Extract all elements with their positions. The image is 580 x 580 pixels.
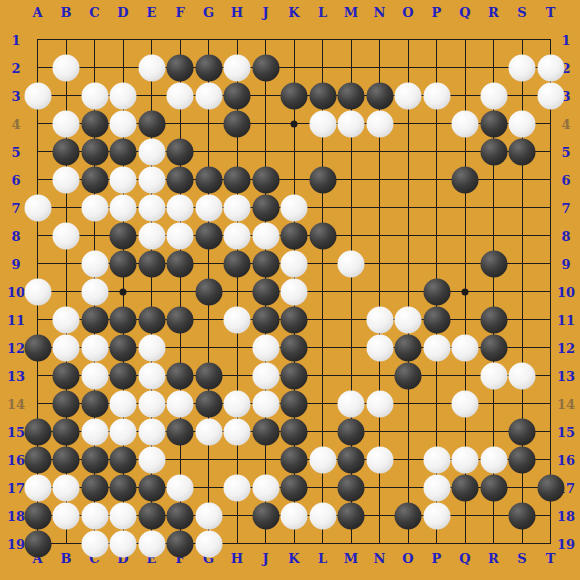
go-board-screenshot: AABBCCDDEEFFGGHHJJKKLLMMNNOOPPQQRRSSTT11…: [0, 0, 580, 580]
stone-black-C4[interactable]: [81, 110, 108, 137]
stone-white-L16[interactable]: [309, 446, 336, 473]
stone-black-S15[interactable]: [509, 418, 536, 445]
stone-black-R4[interactable]: [480, 110, 507, 137]
stone-black-C5[interactable]: [81, 138, 108, 165]
stone-black-S5[interactable]: [509, 138, 536, 165]
stone-black-M3[interactable]: [338, 82, 365, 109]
stone-white-B6[interactable]: [53, 166, 80, 193]
stone-black-R9[interactable]: [480, 250, 507, 277]
stone-black-O12[interactable]: [395, 334, 422, 361]
col-label-bottom-B: B: [61, 551, 72, 566]
stone-black-B13[interactable]: [53, 362, 80, 389]
stone-white-E13[interactable]: [138, 362, 165, 389]
col-label-bottom-M: M: [344, 551, 358, 566]
col-label-top-P: P: [432, 5, 442, 20]
stone-white-B2[interactable]: [53, 54, 80, 81]
stone-black-J10[interactable]: [252, 278, 279, 305]
stone-black-R12[interactable]: [480, 334, 507, 361]
row-label-right-7: 7: [561, 200, 570, 215]
stone-white-R13[interactable]: [480, 362, 507, 389]
stone-white-E15[interactable]: [138, 418, 165, 445]
col-label-bottom-N: N: [374, 551, 386, 566]
stone-black-J9[interactable]: [252, 250, 279, 277]
col-label-top-A: A: [32, 5, 42, 20]
col-label-bottom-K: K: [288, 551, 299, 566]
row-label-left-3: 3: [11, 88, 20, 103]
stone-white-P12[interactable]: [423, 334, 450, 361]
col-label-bottom-R: R: [488, 551, 499, 566]
stone-white-Q16[interactable]: [452, 446, 479, 473]
stone-white-P16[interactable]: [423, 446, 450, 473]
stone-white-E6[interactable]: [138, 166, 165, 193]
stone-black-O18[interactable]: [395, 502, 422, 529]
stone-black-H6[interactable]: [224, 166, 251, 193]
stone-white-P18[interactable]: [423, 502, 450, 529]
stone-black-Q17[interactable]: [452, 474, 479, 501]
stone-black-D5[interactable]: [110, 138, 137, 165]
star-point: [462, 288, 469, 295]
row-label-right-19: 19: [557, 536, 575, 551]
row-label-right-14: 14: [557, 396, 575, 411]
row-label-left-5: 5: [11, 144, 20, 159]
stone-black-G8[interactable]: [195, 222, 222, 249]
stone-black-C6[interactable]: [81, 166, 108, 193]
stone-black-D12[interactable]: [110, 334, 137, 361]
stone-white-A17[interactable]: [24, 474, 51, 501]
stone-white-F3[interactable]: [167, 82, 194, 109]
stone-white-C9[interactable]: [81, 250, 108, 277]
stone-black-C14[interactable]: [81, 390, 108, 417]
stone-black-K13[interactable]: [281, 362, 308, 389]
row-label-left-4: 4: [11, 116, 20, 131]
stone-black-A12[interactable]: [24, 334, 51, 361]
stone-white-C7[interactable]: [81, 194, 108, 221]
stone-white-S13[interactable]: [509, 362, 536, 389]
stone-white-O3[interactable]: [395, 82, 422, 109]
stone-black-Q6[interactable]: [452, 166, 479, 193]
stone-white-T2[interactable]: [537, 54, 564, 81]
row-label-left-18: 18: [7, 508, 25, 523]
stone-black-F9[interactable]: [167, 250, 194, 277]
stone-black-S16[interactable]: [509, 446, 536, 473]
stone-white-G3[interactable]: [195, 82, 222, 109]
stone-white-L18[interactable]: [309, 502, 336, 529]
stone-black-F18[interactable]: [167, 502, 194, 529]
stone-white-L4[interactable]: [309, 110, 336, 137]
stone-black-K11[interactable]: [281, 306, 308, 333]
row-label-left-8: 8: [11, 228, 20, 243]
stone-black-D16[interactable]: [110, 446, 137, 473]
stone-white-D19[interactable]: [110, 530, 137, 557]
col-label-top-M: M: [344, 5, 358, 20]
row-label-right-6: 6: [561, 172, 570, 187]
stone-black-T17[interactable]: [537, 474, 564, 501]
stone-white-F17[interactable]: [167, 474, 194, 501]
stone-white-R16[interactable]: [480, 446, 507, 473]
stone-white-H8[interactable]: [224, 222, 251, 249]
stone-white-E2[interactable]: [138, 54, 165, 81]
stone-black-A16[interactable]: [24, 446, 51, 473]
stone-black-B16[interactable]: [53, 446, 80, 473]
row-label-left-6: 6: [11, 172, 20, 187]
col-label-top-G: G: [203, 5, 214, 20]
row-label-right-10: 10: [557, 284, 575, 299]
stone-black-G2[interactable]: [195, 54, 222, 81]
stone-black-C11[interactable]: [81, 306, 108, 333]
stone-black-R17[interactable]: [480, 474, 507, 501]
stone-white-B18[interactable]: [53, 502, 80, 529]
stone-black-D9[interactable]: [110, 250, 137, 277]
stone-black-D13[interactable]: [110, 362, 137, 389]
col-label-bottom-T: T: [546, 551, 556, 566]
stone-black-J18[interactable]: [252, 502, 279, 529]
stone-black-K17[interactable]: [281, 474, 308, 501]
stone-white-M4[interactable]: [338, 110, 365, 137]
stone-white-D14[interactable]: [110, 390, 137, 417]
stone-white-C10[interactable]: [81, 278, 108, 305]
stone-black-K3[interactable]: [281, 82, 308, 109]
stone-black-K8[interactable]: [281, 222, 308, 249]
row-label-right-15: 15: [557, 424, 575, 439]
stone-white-J8[interactable]: [252, 222, 279, 249]
stone-white-E14[interactable]: [138, 390, 165, 417]
row-label-left-2: 2: [11, 60, 20, 75]
stone-black-E9[interactable]: [138, 250, 165, 277]
row-label-right-5: 5: [561, 144, 570, 159]
stone-white-G19[interactable]: [195, 530, 222, 557]
stone-black-D17[interactable]: [110, 474, 137, 501]
stone-white-K10[interactable]: [281, 278, 308, 305]
stone-black-G6[interactable]: [195, 166, 222, 193]
stone-black-F2[interactable]: [167, 54, 194, 81]
stone-white-N14[interactable]: [366, 390, 393, 417]
row-label-left-1: 1: [11, 32, 20, 47]
stone-black-A18[interactable]: [24, 502, 51, 529]
stone-white-E16[interactable]: [138, 446, 165, 473]
stone-black-M18[interactable]: [338, 502, 365, 529]
stone-white-E8[interactable]: [138, 222, 165, 249]
stone-white-G18[interactable]: [195, 502, 222, 529]
stone-white-G15[interactable]: [195, 418, 222, 445]
stone-black-K15[interactable]: [281, 418, 308, 445]
stone-white-M14[interactable]: [338, 390, 365, 417]
col-label-top-F: F: [175, 5, 184, 20]
stone-black-J11[interactable]: [252, 306, 279, 333]
grid-vline: [180, 39, 181, 544]
stone-white-H14[interactable]: [224, 390, 251, 417]
grid-vline: [550, 39, 551, 544]
stone-black-G13[interactable]: [195, 362, 222, 389]
stone-black-K16[interactable]: [281, 446, 308, 473]
stone-white-E5[interactable]: [138, 138, 165, 165]
stone-white-A7[interactable]: [24, 194, 51, 221]
stone-white-B4[interactable]: [53, 110, 80, 137]
stone-white-J17[interactable]: [252, 474, 279, 501]
row-label-right-1: 1: [561, 32, 570, 47]
row-label-left-11: 11: [7, 312, 25, 327]
col-label-bottom-H: H: [231, 551, 243, 566]
stone-black-R5[interactable]: [480, 138, 507, 165]
stone-black-P10[interactable]: [423, 278, 450, 305]
grid-vline: [408, 39, 409, 544]
stone-white-Q14[interactable]: [452, 390, 479, 417]
stone-white-M9[interactable]: [338, 250, 365, 277]
stone-white-N12[interactable]: [366, 334, 393, 361]
row-label-right-12: 12: [557, 340, 575, 355]
stone-white-H2[interactable]: [224, 54, 251, 81]
row-label-right-13: 13: [557, 368, 575, 383]
stone-black-F11[interactable]: [167, 306, 194, 333]
row-label-left-15: 15: [7, 424, 25, 439]
stone-white-H7[interactable]: [224, 194, 251, 221]
stone-black-B15[interactable]: [53, 418, 80, 445]
stone-white-B11[interactable]: [53, 306, 80, 333]
stone-white-E7[interactable]: [138, 194, 165, 221]
row-label-right-4: 4: [561, 116, 570, 131]
stone-black-S18[interactable]: [509, 502, 536, 529]
stone-black-M16[interactable]: [338, 446, 365, 473]
stone-white-D18[interactable]: [110, 502, 137, 529]
stone-black-M17[interactable]: [338, 474, 365, 501]
stone-white-K7[interactable]: [281, 194, 308, 221]
col-label-bottom-P: P: [432, 551, 442, 566]
stone-black-L8[interactable]: [309, 222, 336, 249]
stone-white-B8[interactable]: [53, 222, 80, 249]
stone-white-N11[interactable]: [366, 306, 393, 333]
col-label-top-J: J: [262, 5, 268, 20]
stone-white-H15[interactable]: [224, 418, 251, 445]
stone-white-F7[interactable]: [167, 194, 194, 221]
stone-black-G10[interactable]: [195, 278, 222, 305]
row-label-right-18: 18: [557, 508, 575, 523]
stone-white-S2[interactable]: [509, 54, 536, 81]
row-label-left-12: 12: [7, 340, 25, 355]
col-label-top-H: H: [231, 5, 243, 20]
stone-black-J15[interactable]: [252, 418, 279, 445]
row-label-left-14: 14: [7, 396, 25, 411]
stone-black-E17[interactable]: [138, 474, 165, 501]
row-label-right-16: 16: [557, 452, 575, 467]
star-point: [120, 288, 127, 295]
stone-black-J6[interactable]: [252, 166, 279, 193]
stone-black-M15[interactable]: [338, 418, 365, 445]
row-label-left-7: 7: [11, 200, 20, 215]
col-label-top-B: B: [61, 5, 72, 20]
row-label-left-9: 9: [11, 256, 20, 271]
stone-white-H17[interactable]: [224, 474, 251, 501]
row-label-right-11: 11: [557, 312, 575, 327]
star-point: [291, 120, 298, 127]
stone-white-C15[interactable]: [81, 418, 108, 445]
stone-black-F5[interactable]: [167, 138, 194, 165]
stone-black-H9[interactable]: [224, 250, 251, 277]
stone-white-T3[interactable]: [537, 82, 564, 109]
col-label-top-T: T: [546, 5, 556, 20]
stone-white-N4[interactable]: [366, 110, 393, 137]
stone-white-A10[interactable]: [24, 278, 51, 305]
stone-black-D11[interactable]: [110, 306, 137, 333]
stone-black-A19[interactable]: [24, 530, 51, 557]
stone-black-K12[interactable]: [281, 334, 308, 361]
stone-white-J13[interactable]: [252, 362, 279, 389]
stone-black-J2[interactable]: [252, 54, 279, 81]
stone-black-G14[interactable]: [195, 390, 222, 417]
stone-white-D6[interactable]: [110, 166, 137, 193]
stone-white-R3[interactable]: [480, 82, 507, 109]
col-label-bottom-O: O: [402, 551, 413, 566]
stone-white-C12[interactable]: [81, 334, 108, 361]
stone-white-D3[interactable]: [110, 82, 137, 109]
stone-white-N16[interactable]: [366, 446, 393, 473]
stone-white-A3[interactable]: [24, 82, 51, 109]
col-label-top-E: E: [147, 5, 157, 20]
stone-black-H3[interactable]: [224, 82, 251, 109]
stone-white-K18[interactable]: [281, 502, 308, 529]
stone-black-C16[interactable]: [81, 446, 108, 473]
stone-white-P17[interactable]: [423, 474, 450, 501]
stone-black-E18[interactable]: [138, 502, 165, 529]
row-label-right-8: 8: [561, 228, 570, 243]
stone-black-H4[interactable]: [224, 110, 251, 137]
col-label-top-K: K: [288, 5, 299, 20]
stone-white-J14[interactable]: [252, 390, 279, 417]
col-label-top-R: R: [488, 5, 499, 20]
stone-white-S4[interactable]: [509, 110, 536, 137]
stone-black-L3[interactable]: [309, 82, 336, 109]
stone-black-C17[interactable]: [81, 474, 108, 501]
col-label-top-S: S: [517, 5, 526, 20]
stone-black-R11[interactable]: [480, 306, 507, 333]
stone-black-O13[interactable]: [395, 362, 422, 389]
stone-white-F8[interactable]: [167, 222, 194, 249]
stone-black-F15[interactable]: [167, 418, 194, 445]
stone-black-B5[interactable]: [53, 138, 80, 165]
stone-white-Q4[interactable]: [452, 110, 479, 137]
stone-white-C13[interactable]: [81, 362, 108, 389]
row-label-left-16: 16: [7, 452, 25, 467]
stone-white-B12[interactable]: [53, 334, 80, 361]
stone-white-G7[interactable]: [195, 194, 222, 221]
col-label-bottom-S: S: [517, 551, 526, 566]
stone-white-H11[interactable]: [224, 306, 251, 333]
stone-black-E4[interactable]: [138, 110, 165, 137]
stone-white-O11[interactable]: [395, 306, 422, 333]
stone-white-B17[interactable]: [53, 474, 80, 501]
col-label-top-L: L: [318, 5, 327, 20]
stone-white-P3[interactable]: [423, 82, 450, 109]
stone-black-F13[interactable]: [167, 362, 194, 389]
row-label-left-19: 19: [7, 536, 25, 551]
stone-black-D8[interactable]: [110, 222, 137, 249]
stone-white-E19[interactable]: [138, 530, 165, 557]
stone-black-F6[interactable]: [167, 166, 194, 193]
stone-white-C18[interactable]: [81, 502, 108, 529]
stone-white-D15[interactable]: [110, 418, 137, 445]
stone-black-N3[interactable]: [366, 82, 393, 109]
col-label-top-N: N: [374, 5, 386, 20]
stone-white-F14[interactable]: [167, 390, 194, 417]
stone-white-C3[interactable]: [81, 82, 108, 109]
stone-white-Q12[interactable]: [452, 334, 479, 361]
stone-black-J7[interactable]: [252, 194, 279, 221]
col-label-top-O: O: [402, 5, 413, 20]
stone-white-D4[interactable]: [110, 110, 137, 137]
stone-white-C19[interactable]: [81, 530, 108, 557]
stone-black-L6[interactable]: [309, 166, 336, 193]
stone-black-K14[interactable]: [281, 390, 308, 417]
stone-black-E11[interactable]: [138, 306, 165, 333]
col-label-bottom-L: L: [318, 551, 327, 566]
stone-black-B14[interactable]: [53, 390, 80, 417]
stone-black-A15[interactable]: [24, 418, 51, 445]
col-label-top-D: D: [117, 5, 128, 20]
col-label-bottom-Q: Q: [459, 551, 470, 566]
col-label-bottom-J: J: [262, 551, 268, 566]
row-label-left-17: 17: [7, 480, 25, 495]
stone-white-J12[interactable]: [252, 334, 279, 361]
stone-black-F19[interactable]: [167, 530, 194, 557]
col-label-top-C: C: [89, 5, 99, 20]
stone-white-D7[interactable]: [110, 194, 137, 221]
stone-black-P11[interactable]: [423, 306, 450, 333]
row-label-left-10: 10: [7, 284, 25, 299]
col-label-top-Q: Q: [459, 5, 470, 20]
row-label-right-9: 9: [561, 256, 570, 271]
stone-white-E12[interactable]: [138, 334, 165, 361]
row-label-left-13: 13: [7, 368, 25, 383]
stone-white-K9[interactable]: [281, 250, 308, 277]
